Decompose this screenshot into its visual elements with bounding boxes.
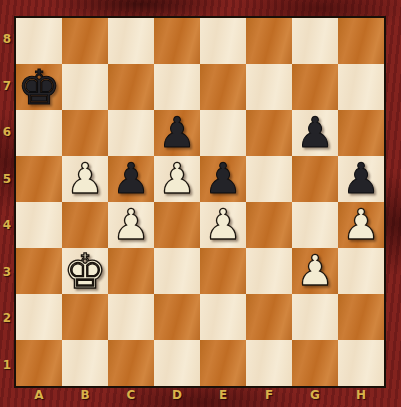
rank-labels: 87654321 — [0, 16, 14, 388]
square-e1[interactable] — [200, 340, 246, 386]
square-a6[interactable] — [16, 110, 62, 156]
file-label-c: C — [108, 385, 154, 405]
square-d4[interactable] — [154, 202, 200, 248]
square-b3[interactable]: ♚ — [62, 248, 108, 294]
rank-label-1: 1 — [0, 342, 14, 389]
square-h5[interactable]: ♟ — [338, 156, 384, 202]
file-label-d: D — [154, 385, 200, 405]
square-e8[interactable] — [200, 18, 246, 64]
square-e3[interactable] — [200, 248, 246, 294]
white-pawn[interactable]: ♟ — [204, 204, 242, 246]
square-a7[interactable]: ♚ — [16, 64, 62, 110]
square-e2[interactable] — [200, 294, 246, 340]
square-c1[interactable] — [108, 340, 154, 386]
square-f7[interactable] — [246, 64, 292, 110]
square-e5[interactable]: ♟ — [200, 156, 246, 202]
black-pawn[interactable]: ♟ — [158, 112, 196, 154]
square-b1[interactable] — [62, 340, 108, 386]
square-b5[interactable]: ♟ — [62, 156, 108, 202]
rank-label-3: 3 — [0, 249, 14, 296]
square-g2[interactable] — [292, 294, 338, 340]
rank-label-7: 7 — [0, 63, 14, 110]
square-d6[interactable]: ♟ — [154, 110, 200, 156]
white-pawn[interactable]: ♟ — [342, 204, 380, 246]
square-e6[interactable] — [200, 110, 246, 156]
file-label-a: A — [16, 385, 62, 405]
black-pawn[interactable]: ♟ — [112, 158, 150, 200]
square-f1[interactable] — [246, 340, 292, 386]
square-f5[interactable] — [246, 156, 292, 202]
board-frame: 87654321 ♚♟♟♟♟♟♟♟♟♟♟♚♟ ABCDEFGH — [0, 0, 401, 407]
square-a3[interactable] — [16, 248, 62, 294]
square-h6[interactable] — [338, 110, 384, 156]
square-d5[interactable]: ♟ — [154, 156, 200, 202]
square-d2[interactable] — [154, 294, 200, 340]
square-f2[interactable] — [246, 294, 292, 340]
square-b4[interactable] — [62, 202, 108, 248]
square-c5[interactable]: ♟ — [108, 156, 154, 202]
rank-label-2: 2 — [0, 295, 14, 342]
square-h7[interactable] — [338, 64, 384, 110]
square-b6[interactable] — [62, 110, 108, 156]
square-f4[interactable] — [246, 202, 292, 248]
square-d7[interactable] — [154, 64, 200, 110]
square-c3[interactable] — [108, 248, 154, 294]
square-f8[interactable] — [246, 18, 292, 64]
square-d1[interactable] — [154, 340, 200, 386]
rank-label-4: 4 — [0, 202, 14, 249]
square-h2[interactable] — [338, 294, 384, 340]
rank-label-6: 6 — [0, 109, 14, 156]
square-d8[interactable] — [154, 18, 200, 64]
black-king[interactable]: ♚ — [17, 63, 60, 111]
square-a4[interactable] — [16, 202, 62, 248]
square-e7[interactable] — [200, 64, 246, 110]
square-a5[interactable] — [16, 156, 62, 202]
square-e4[interactable]: ♟ — [200, 202, 246, 248]
square-f6[interactable] — [246, 110, 292, 156]
square-c4[interactable]: ♟ — [108, 202, 154, 248]
chess-board[interactable]: ♚♟♟♟♟♟♟♟♟♟♟♚♟ — [14, 16, 386, 388]
white-pawn[interactable]: ♟ — [296, 250, 334, 292]
square-h4[interactable]: ♟ — [338, 202, 384, 248]
square-h3[interactable] — [338, 248, 384, 294]
square-c8[interactable] — [108, 18, 154, 64]
file-label-h: H — [338, 385, 384, 405]
white-pawn[interactable]: ♟ — [66, 158, 104, 200]
file-label-b: B — [62, 385, 108, 405]
square-c2[interactable] — [108, 294, 154, 340]
square-g3[interactable]: ♟ — [292, 248, 338, 294]
square-d3[interactable] — [154, 248, 200, 294]
square-a2[interactable] — [16, 294, 62, 340]
white-king[interactable]: ♚ — [63, 247, 106, 295]
file-label-g: G — [292, 385, 338, 405]
square-g1[interactable] — [292, 340, 338, 386]
file-labels: ABCDEFGH — [16, 385, 384, 405]
square-h8[interactable] — [338, 18, 384, 64]
square-b2[interactable] — [62, 294, 108, 340]
black-pawn[interactable]: ♟ — [342, 158, 380, 200]
black-pawn[interactable]: ♟ — [204, 158, 242, 200]
square-h1[interactable] — [338, 340, 384, 386]
square-f3[interactable] — [246, 248, 292, 294]
rank-label-8: 8 — [0, 16, 14, 63]
white-pawn[interactable]: ♟ — [112, 204, 150, 246]
square-b8[interactable] — [62, 18, 108, 64]
file-label-f: F — [246, 385, 292, 405]
square-a8[interactable] — [16, 18, 62, 64]
white-pawn[interactable]: ♟ — [158, 158, 196, 200]
rank-label-5: 5 — [0, 156, 14, 203]
square-g7[interactable] — [292, 64, 338, 110]
square-c6[interactable] — [108, 110, 154, 156]
square-g5[interactable] — [292, 156, 338, 202]
square-c7[interactable] — [108, 64, 154, 110]
square-a1[interactable] — [16, 340, 62, 386]
square-g6[interactable]: ♟ — [292, 110, 338, 156]
square-g8[interactable] — [292, 18, 338, 64]
square-g4[interactable] — [292, 202, 338, 248]
black-pawn[interactable]: ♟ — [296, 112, 334, 154]
file-label-e: E — [200, 385, 246, 405]
square-b7[interactable] — [62, 64, 108, 110]
